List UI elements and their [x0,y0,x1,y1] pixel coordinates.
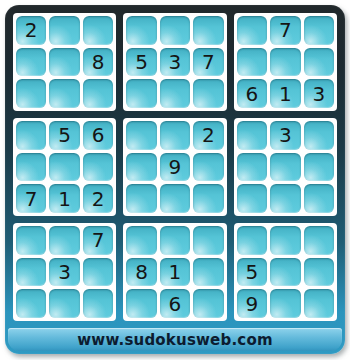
cell-r3c1[interactable] [16,79,46,108]
box-2-1: 56712 [13,118,116,216]
cell-r6c4[interactable] [126,184,156,213]
cell-r3c6[interactable] [193,79,223,108]
cell-r9c6[interactable] [193,289,223,318]
cell-r1c6[interactable] [193,16,223,45]
cell-r7c2[interactable] [49,226,79,255]
cell-r9c2[interactable] [49,289,79,318]
cell-r6c5[interactable] [160,184,190,213]
cell-r5c7[interactable] [237,153,267,182]
box-1-2: 537 [123,13,226,111]
footer-bar: www.sudokusweb.com [8,328,342,351]
cell-r4c6[interactable]: 2 [193,121,223,150]
cell-r3c4[interactable] [126,79,156,108]
cell-r9c1[interactable] [16,289,46,318]
cell-r2c7[interactable] [237,48,267,77]
cell-r5c9[interactable] [304,153,334,182]
cell-r5c8[interactable] [270,153,300,182]
box-1-1: 28 [13,13,116,111]
cell-r1c4[interactable] [126,16,156,45]
cell-r6c3[interactable]: 2 [83,184,113,213]
cell-r1c9[interactable] [304,16,334,45]
cell-r8c4[interactable]: 8 [126,258,156,287]
box-2-2: 29 [123,118,226,216]
cell-r1c7[interactable] [237,16,267,45]
box-3-1: 73 [13,223,116,321]
cell-r4c3[interactable]: 6 [83,121,113,150]
cell-r3c8[interactable]: 1 [270,79,300,108]
cell-r2c6[interactable]: 7 [193,48,223,77]
cell-r7c4[interactable] [126,226,156,255]
cell-r6c1[interactable]: 7 [16,184,46,213]
cell-r1c5[interactable] [160,16,190,45]
cell-r1c1[interactable]: 2 [16,16,46,45]
cell-r7c1[interactable] [16,226,46,255]
cell-r7c7[interactable] [237,226,267,255]
cell-r4c4[interactable] [126,121,156,150]
cell-r3c3[interactable] [83,79,113,108]
cell-r3c9[interactable]: 3 [304,79,334,108]
cell-r6c9[interactable] [304,184,334,213]
cell-r5c4[interactable] [126,153,156,182]
cell-r8c6[interactable] [193,258,223,287]
cell-r4c2[interactable]: 5 [49,121,79,150]
box-2-3: 3 [234,118,337,216]
cell-r8c8[interactable] [270,258,300,287]
cell-r1c3[interactable] [83,16,113,45]
cell-r8c9[interactable] [304,258,334,287]
cell-r5c6[interactable] [193,153,223,182]
cell-r3c7[interactable]: 6 [237,79,267,108]
cell-r7c8[interactable] [270,226,300,255]
cell-r2c2[interactable] [49,48,79,77]
box-3-2: 816 [123,223,226,321]
cell-r2c8[interactable] [270,48,300,77]
cell-r4c1[interactable] [16,121,46,150]
cell-r7c6[interactable] [193,226,223,255]
cell-r8c2[interactable]: 3 [49,258,79,287]
cell-r6c7[interactable] [237,184,267,213]
cell-r1c8[interactable]: 7 [270,16,300,45]
cell-r6c8[interactable] [270,184,300,213]
box-1-3: 7613 [234,13,337,111]
cell-r3c2[interactable] [49,79,79,108]
cell-r5c5[interactable]: 9 [160,153,190,182]
cell-r5c1[interactable] [16,153,46,182]
box-3-3: 59 [234,223,337,321]
cell-r2c4[interactable]: 5 [126,48,156,77]
sudoku-grid: 285377613567122937381659 [13,13,337,321]
cell-r2c1[interactable] [16,48,46,77]
cell-r7c5[interactable] [160,226,190,255]
cell-r9c7[interactable]: 9 [237,289,267,318]
cell-r4c8[interactable]: 3 [270,121,300,150]
cell-r9c4[interactable] [126,289,156,318]
cell-r4c9[interactable] [304,121,334,150]
cell-r7c3[interactable]: 7 [83,226,113,255]
cell-r9c8[interactable] [270,289,300,318]
cell-r2c3[interactable]: 8 [83,48,113,77]
sudoku-board-frame: 285377613567122937381659 www.sudokusweb.… [5,5,345,354]
website-link[interactable]: www.sudokusweb.com [77,331,272,349]
cell-r9c3[interactable] [83,289,113,318]
cell-r9c5[interactable]: 6 [160,289,190,318]
cell-r4c7[interactable] [237,121,267,150]
cell-r7c9[interactable] [304,226,334,255]
cell-r5c2[interactable] [49,153,79,182]
cell-r3c5[interactable] [160,79,190,108]
cell-r8c5[interactable]: 1 [160,258,190,287]
cell-r6c2[interactable]: 1 [49,184,79,213]
cell-r9c9[interactable] [304,289,334,318]
cell-r8c3[interactable] [83,258,113,287]
cell-r2c9[interactable] [304,48,334,77]
cell-r2c5[interactable]: 3 [160,48,190,77]
cell-r6c6[interactable] [193,184,223,213]
cell-r5c3[interactable] [83,153,113,182]
cell-r8c1[interactable] [16,258,46,287]
cell-r4c5[interactable] [160,121,190,150]
cell-r1c2[interactable] [49,16,79,45]
cell-r8c7[interactable]: 5 [237,258,267,287]
